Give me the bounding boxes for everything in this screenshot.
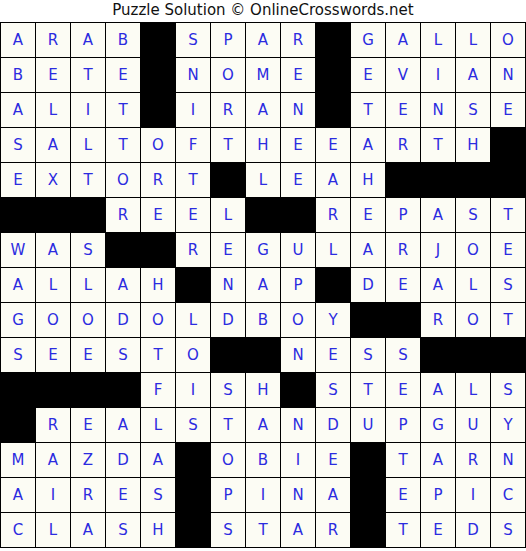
letter-cell: S xyxy=(491,373,525,407)
letter-cell: I xyxy=(246,478,280,512)
block-cell xyxy=(1,373,35,407)
letter-cell: S xyxy=(106,338,140,372)
letter-cell: N xyxy=(281,478,315,512)
letter-cell: I xyxy=(281,443,315,477)
letter-cell: G xyxy=(246,233,280,267)
letter-cell: S xyxy=(1,338,35,372)
block-cell xyxy=(141,23,175,57)
letter-cell: Z xyxy=(71,443,105,477)
letter-cell: E xyxy=(421,513,455,547)
letter-cell: S xyxy=(176,408,210,442)
letter-cell: H xyxy=(141,513,175,547)
letter-cell: E xyxy=(36,338,70,372)
page-title: Puzzle Solution © OnlineCrosswords.net xyxy=(0,0,526,22)
block-cell xyxy=(176,478,210,512)
letter-cell: T xyxy=(211,408,245,442)
letter-cell: A xyxy=(246,408,280,442)
letter-cell: D xyxy=(106,443,140,477)
block-cell xyxy=(351,478,385,512)
letter-cell: G xyxy=(351,23,385,57)
block-cell xyxy=(211,163,245,197)
letter-cell: L xyxy=(71,128,105,162)
letter-cell: G xyxy=(421,408,455,442)
letter-cell: B xyxy=(246,443,280,477)
letter-cell: N xyxy=(281,93,315,127)
letter-cell: A xyxy=(1,268,35,302)
block-cell xyxy=(316,93,350,127)
block-cell xyxy=(456,163,490,197)
letter-cell: R xyxy=(421,303,455,337)
letter-cell: N xyxy=(421,93,455,127)
letter-cell: P xyxy=(386,408,420,442)
letter-cell: A xyxy=(421,268,455,302)
letter-cell: A xyxy=(71,513,105,547)
letter-cell: G xyxy=(1,303,35,337)
letter-cell: T xyxy=(71,58,105,92)
letter-cell: A xyxy=(1,23,35,57)
letter-cell: V xyxy=(386,58,420,92)
letter-cell: A xyxy=(456,58,490,92)
letter-cell: S xyxy=(351,338,385,372)
letter-cell: R xyxy=(211,93,245,127)
letter-cell: S xyxy=(106,513,140,547)
block-cell xyxy=(491,128,525,162)
block-cell xyxy=(176,268,210,302)
letter-cell: A xyxy=(246,268,280,302)
letter-cell: L xyxy=(36,268,70,302)
letter-cell: A xyxy=(106,268,140,302)
letter-cell: E xyxy=(386,268,420,302)
letter-cell: P xyxy=(386,198,420,232)
block-cell xyxy=(316,58,350,92)
letter-cell: L xyxy=(246,163,280,197)
letter-cell: S xyxy=(71,233,105,267)
letter-cell: O xyxy=(211,58,245,92)
letter-cell: D xyxy=(456,513,490,547)
letter-cell: N xyxy=(491,58,525,92)
letter-cell: H xyxy=(246,373,280,407)
block-cell xyxy=(141,58,175,92)
letter-cell: I xyxy=(71,93,105,127)
block-cell xyxy=(106,373,140,407)
block-cell xyxy=(281,198,315,232)
letter-cell: E xyxy=(351,198,385,232)
letter-cell: B xyxy=(246,303,280,337)
letter-cell: R xyxy=(36,408,70,442)
letter-cell: S xyxy=(316,373,350,407)
letter-cell: E xyxy=(386,373,420,407)
letter-cell: M xyxy=(246,58,280,92)
letter-cell: C xyxy=(491,478,525,512)
letter-cell: E xyxy=(71,338,105,372)
letter-cell: P xyxy=(211,478,245,512)
block-cell xyxy=(281,373,315,407)
letter-cell: P xyxy=(211,23,245,57)
block-cell xyxy=(246,338,280,372)
letter-cell: W xyxy=(1,233,35,267)
block-cell xyxy=(351,443,385,477)
block-cell xyxy=(421,338,455,372)
letter-cell: E xyxy=(491,233,525,267)
block-cell xyxy=(1,198,35,232)
block-cell xyxy=(491,338,525,372)
letter-cell: N xyxy=(281,338,315,372)
letter-cell: E xyxy=(281,58,315,92)
letter-cell: N xyxy=(211,268,245,302)
letter-cell: L xyxy=(211,198,245,232)
letter-cell: D xyxy=(316,408,350,442)
letter-cell: L xyxy=(176,303,210,337)
letter-cell: A xyxy=(141,443,175,477)
letter-cell: O xyxy=(456,233,490,267)
letter-cell: R xyxy=(141,163,175,197)
letter-cell: O xyxy=(141,128,175,162)
letter-cell: N xyxy=(491,443,525,477)
block-cell xyxy=(176,443,210,477)
letter-cell: H xyxy=(456,128,490,162)
letter-cell: R xyxy=(316,513,350,547)
letter-cell: A xyxy=(36,443,70,477)
letter-cell: E xyxy=(281,163,315,197)
letter-cell: A xyxy=(71,23,105,57)
letter-cell: O xyxy=(36,303,70,337)
letter-cell: O xyxy=(281,303,315,337)
letter-cell: E xyxy=(351,58,385,92)
block-cell xyxy=(351,303,385,337)
letter-cell: U xyxy=(281,233,315,267)
letter-cell: I xyxy=(456,478,490,512)
letter-cell: T xyxy=(176,163,210,197)
letter-cell: X xyxy=(36,163,70,197)
letter-cell: U xyxy=(351,408,385,442)
letter-cell: O xyxy=(71,303,105,337)
letter-cell: F xyxy=(141,373,175,407)
letter-cell: T xyxy=(386,443,420,477)
letter-cell: T xyxy=(71,163,105,197)
letter-cell: A xyxy=(421,443,455,477)
letter-cell: R xyxy=(456,443,490,477)
letter-cell: R xyxy=(386,128,420,162)
letter-cell: J xyxy=(421,233,455,267)
letter-cell: S xyxy=(491,268,525,302)
block-cell xyxy=(106,233,140,267)
letter-cell: A xyxy=(246,23,280,57)
letter-cell: A xyxy=(1,93,35,127)
letter-cell: Y xyxy=(316,303,350,337)
block-cell xyxy=(386,303,420,337)
block-cell xyxy=(71,198,105,232)
letter-cell: I xyxy=(176,93,210,127)
crossword-grid: ARABSPARGALLOBETENOMEEVIANALITIRANTENSES… xyxy=(0,22,526,548)
letter-cell: H xyxy=(246,128,280,162)
letter-cell: A xyxy=(246,93,280,127)
letter-cell: O xyxy=(141,303,175,337)
letter-cell: E xyxy=(316,338,350,372)
block-cell xyxy=(351,513,385,547)
letter-cell: T xyxy=(491,303,525,337)
letter-cell: A xyxy=(106,408,140,442)
letter-cell: I xyxy=(36,478,70,512)
letter-cell: L xyxy=(456,373,490,407)
letter-cell: A xyxy=(36,128,70,162)
letter-cell: A xyxy=(421,373,455,407)
letter-cell: S xyxy=(456,198,490,232)
letter-cell: S xyxy=(211,373,245,407)
letter-cell: E xyxy=(36,58,70,92)
letter-cell: T xyxy=(386,513,420,547)
block-cell xyxy=(141,93,175,127)
letter-cell: D xyxy=(351,268,385,302)
letter-cell: L xyxy=(36,513,70,547)
letter-cell: U xyxy=(456,408,490,442)
letter-cell: S xyxy=(386,338,420,372)
letter-cell: O xyxy=(491,23,525,57)
block-cell xyxy=(386,163,420,197)
letter-cell: L xyxy=(36,93,70,127)
letter-cell: E xyxy=(106,478,140,512)
letter-cell: T xyxy=(106,93,140,127)
letter-cell: R xyxy=(36,23,70,57)
letter-cell: D xyxy=(106,303,140,337)
block-cell xyxy=(1,408,35,442)
letter-cell: A xyxy=(421,198,455,232)
letter-cell: R xyxy=(106,198,140,232)
block-cell xyxy=(211,338,245,372)
letter-cell: E xyxy=(316,443,350,477)
page: Puzzle Solution © OnlineCrosswords.net A… xyxy=(0,0,526,548)
letter-cell: H xyxy=(141,268,175,302)
block-cell xyxy=(36,373,70,407)
letter-cell: L xyxy=(421,23,455,57)
letter-cell: T xyxy=(106,128,140,162)
letter-cell: R xyxy=(71,478,105,512)
block-cell xyxy=(316,23,350,57)
letter-cell: H xyxy=(351,163,385,197)
letter-cell: R xyxy=(316,198,350,232)
letter-cell: N xyxy=(176,58,210,92)
letter-cell: A xyxy=(386,23,420,57)
letter-cell: A xyxy=(281,513,315,547)
letter-cell: E xyxy=(71,408,105,442)
letter-cell: P xyxy=(281,268,315,302)
letter-cell: A xyxy=(316,163,350,197)
letter-cell: A xyxy=(316,478,350,512)
letter-cell: O xyxy=(456,303,490,337)
letter-cell: L xyxy=(316,233,350,267)
letter-cell: S xyxy=(491,513,525,547)
letter-cell: D xyxy=(211,303,245,337)
letter-cell: A xyxy=(1,478,35,512)
letter-cell: O xyxy=(211,443,245,477)
letter-cell: T xyxy=(246,513,280,547)
letter-cell: L xyxy=(141,408,175,442)
letter-cell: B xyxy=(1,58,35,92)
block-cell xyxy=(141,233,175,267)
letter-cell: O xyxy=(176,338,210,372)
letter-cell: E xyxy=(211,233,245,267)
letter-cell: A xyxy=(36,233,70,267)
letter-cell: S xyxy=(141,478,175,512)
letter-cell: E xyxy=(1,163,35,197)
letter-cell: T xyxy=(351,373,385,407)
letter-cell: P xyxy=(421,478,455,512)
letter-cell: S xyxy=(456,93,490,127)
block-cell xyxy=(176,513,210,547)
letter-cell: E xyxy=(141,198,175,232)
block-cell xyxy=(36,198,70,232)
letter-cell: E xyxy=(386,478,420,512)
letter-cell: T xyxy=(491,198,525,232)
letter-cell: O xyxy=(106,163,140,197)
letter-cell: E xyxy=(176,198,210,232)
letter-cell: L xyxy=(71,268,105,302)
letter-cell: R xyxy=(386,233,420,267)
block-cell xyxy=(71,373,105,407)
letter-cell: T xyxy=(141,338,175,372)
letter-cell: Y xyxy=(491,408,525,442)
letter-cell: E xyxy=(316,128,350,162)
letter-cell: B xyxy=(106,23,140,57)
letter-cell: C xyxy=(1,513,35,547)
letter-cell: A xyxy=(351,233,385,267)
letter-cell: T xyxy=(351,93,385,127)
letter-cell: E xyxy=(386,93,420,127)
letter-cell: E xyxy=(281,128,315,162)
letter-cell: S xyxy=(211,513,245,547)
block-cell xyxy=(491,163,525,197)
letter-cell: T xyxy=(421,128,455,162)
letter-cell: I xyxy=(176,373,210,407)
letter-cell: A xyxy=(351,128,385,162)
block-cell xyxy=(421,163,455,197)
letter-cell: T xyxy=(211,128,245,162)
block-cell xyxy=(246,198,280,232)
letter-cell: S xyxy=(176,23,210,57)
letter-cell: E xyxy=(106,58,140,92)
letter-cell: L xyxy=(456,268,490,302)
block-cell xyxy=(456,338,490,372)
letter-cell: N xyxy=(281,408,315,442)
letter-cell: L xyxy=(456,23,490,57)
letter-cell: R xyxy=(281,23,315,57)
block-cell xyxy=(316,268,350,302)
letter-cell: F xyxy=(176,128,210,162)
letter-cell: S xyxy=(1,128,35,162)
letter-cell: I xyxy=(421,58,455,92)
letter-cell: M xyxy=(1,443,35,477)
letter-cell: E xyxy=(491,93,525,127)
letter-cell: R xyxy=(176,233,210,267)
